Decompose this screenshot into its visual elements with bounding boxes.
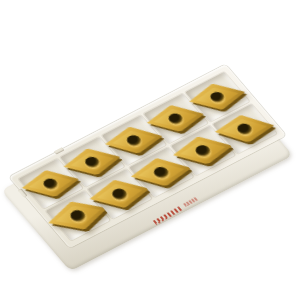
stamp-mark-right (183, 197, 199, 207)
photo-background (0, 0, 300, 300)
stamp-mark-left (153, 206, 182, 224)
carbide-insert (211, 112, 278, 145)
